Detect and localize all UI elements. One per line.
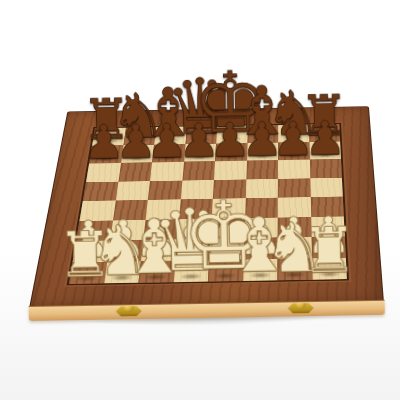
piece-white-rook: ♜ xyxy=(301,219,358,282)
product-photo-stage: ♜♞♝♛♚♝♞♜♟♟♟♟♟♟♟♟♟♟♟♟♟♟♟♟♜♞♝♛♚♝♞♜ xyxy=(0,0,400,400)
chess-board: ♜♞♝♛♚♝♞♜♟♟♟♟♟♟♟♟♟♟♟♟♟♟♟♟♜♞♝♛♚♝♞♜ xyxy=(29,106,384,307)
square-f6 xyxy=(246,160,278,179)
square-a6 xyxy=(86,163,121,182)
brass-clasp-right-icon xyxy=(288,303,314,313)
square-c6 xyxy=(150,162,184,181)
piece-black-pawn: ♟ xyxy=(304,114,347,161)
square-g6 xyxy=(278,160,310,179)
square-g5 xyxy=(278,178,310,198)
square-a5 xyxy=(83,181,118,201)
square-e6 xyxy=(214,161,247,180)
square-h5 xyxy=(310,177,343,197)
board-squares: ♜♞♝♛♚♝♞♜♟♟♟♟♟♟♟♟♟♟♟♟♟♟♟♟♜♞♝♛♚♝♞♜ xyxy=(69,124,347,284)
photo-tilt-wrapper: ♜♞♝♛♚♝♞♜♟♟♟♟♟♟♟♟♟♟♟♟♟♟♟♟♜♞♝♛♚♝♞♜ xyxy=(0,0,400,400)
scene-3d: ♜♞♝♛♚♝♞♜♟♟♟♟♟♟♟♟♟♟♟♟♟♟♟♟♜♞♝♛♚♝♞♜ xyxy=(0,0,400,400)
square-d6 xyxy=(182,161,215,180)
square-b6 xyxy=(118,162,152,181)
brass-clasp-left-icon xyxy=(116,306,142,316)
square-h6 xyxy=(309,159,341,178)
square-h7: ♟ xyxy=(309,141,341,159)
square-h1: ♜ xyxy=(312,257,347,279)
square-b5 xyxy=(115,181,150,201)
